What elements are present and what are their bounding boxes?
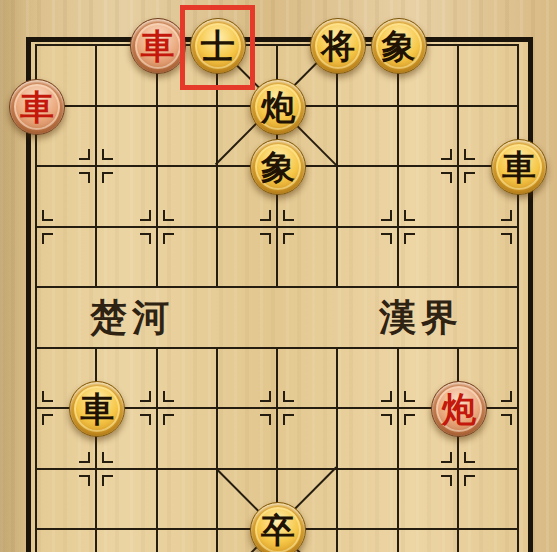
grid-vline: [216, 347, 218, 552]
river-label-han-jie: 漢界: [377, 295, 465, 341]
piece-black-elephant[interactable]: 象: [250, 139, 306, 195]
point-marker: [404, 233, 415, 244]
point-marker: [79, 452, 90, 463]
point-marker: [404, 210, 415, 221]
piece-glyph: 士: [201, 19, 235, 73]
point-marker: [163, 233, 174, 244]
point-marker: [381, 210, 392, 221]
point-marker: [464, 475, 475, 486]
point-marker: [79, 149, 90, 160]
point-marker: [283, 391, 294, 402]
piece-glyph: 車: [20, 80, 54, 134]
grid-vline: [457, 44, 459, 288]
point-marker: [464, 172, 475, 183]
point-marker: [441, 475, 452, 486]
point-marker: [501, 414, 512, 425]
piece-black-soldier[interactable]: 卒: [250, 502, 306, 552]
point-marker: [381, 391, 392, 402]
point-marker: [404, 391, 415, 402]
point-marker: [42, 210, 53, 221]
piece-red-cannon[interactable]: 炮: [431, 381, 487, 437]
piece-black-cannon[interactable]: 炮: [250, 79, 306, 135]
point-marker: [102, 475, 113, 486]
point-marker: [140, 414, 151, 425]
piece-black-chariot[interactable]: 車: [69, 381, 125, 437]
point-marker: [501, 210, 512, 221]
grid-vline: [216, 44, 218, 288]
grid-vline: [156, 347, 158, 552]
river-label-chu-he: 楚河: [89, 295, 175, 341]
piece-glyph: 車: [502, 140, 536, 194]
point-marker: [260, 414, 271, 425]
point-marker: [441, 172, 452, 183]
point-marker: [404, 414, 415, 425]
grid-vline: [397, 44, 399, 288]
piece-glyph: 車: [141, 19, 175, 73]
point-marker: [140, 210, 151, 221]
point-marker: [441, 452, 452, 463]
piece-glyph: 車: [80, 382, 114, 436]
point-marker: [163, 414, 174, 425]
point-marker: [381, 414, 392, 425]
point-marker: [260, 233, 271, 244]
xiangqi-board: 楚河 漢界 車士将象車炮象車車炮卒: [0, 0, 557, 552]
point-marker: [283, 210, 294, 221]
grid-vline: [156, 44, 158, 288]
grid-vline: [457, 347, 459, 552]
point-marker: [464, 149, 475, 160]
grid-vline: [95, 44, 97, 288]
grid-vline: [517, 44, 519, 552]
point-marker: [42, 233, 53, 244]
point-marker: [283, 233, 294, 244]
point-marker: [441, 149, 452, 160]
grid-vline: [397, 347, 399, 552]
piece-glyph: 炮: [442, 382, 476, 436]
point-marker: [102, 149, 113, 160]
piece-glyph: 象: [382, 19, 416, 73]
piece-glyph: 象: [261, 140, 295, 194]
point-marker: [42, 414, 53, 425]
piece-red-chariot[interactable]: 車: [130, 18, 186, 74]
piece-glyph: 炮: [261, 80, 295, 134]
piece-red-chariot[interactable]: 車: [9, 79, 65, 135]
piece-black-elephant[interactable]: 象: [371, 18, 427, 74]
point-marker: [501, 391, 512, 402]
piece-black-general[interactable]: 将: [310, 18, 366, 74]
piece-glyph: 将: [321, 19, 355, 73]
grid-vline: [336, 44, 338, 288]
point-marker: [501, 233, 512, 244]
grid-vline: [95, 347, 97, 552]
point-marker: [260, 391, 271, 402]
piece-black-advisor[interactable]: 士: [190, 18, 246, 74]
point-marker: [381, 233, 392, 244]
point-marker: [464, 452, 475, 463]
point-marker: [283, 414, 294, 425]
point-marker: [79, 475, 90, 486]
grid-vline: [336, 347, 338, 552]
point-marker: [102, 172, 113, 183]
point-marker: [140, 233, 151, 244]
point-marker: [79, 172, 90, 183]
point-marker: [163, 210, 174, 221]
point-marker: [163, 391, 174, 402]
piece-black-chariot[interactable]: 車: [491, 139, 547, 195]
point-marker: [102, 452, 113, 463]
point-marker: [42, 391, 53, 402]
point-marker: [260, 210, 271, 221]
piece-glyph: 卒: [261, 503, 295, 552]
point-marker: [140, 391, 151, 402]
